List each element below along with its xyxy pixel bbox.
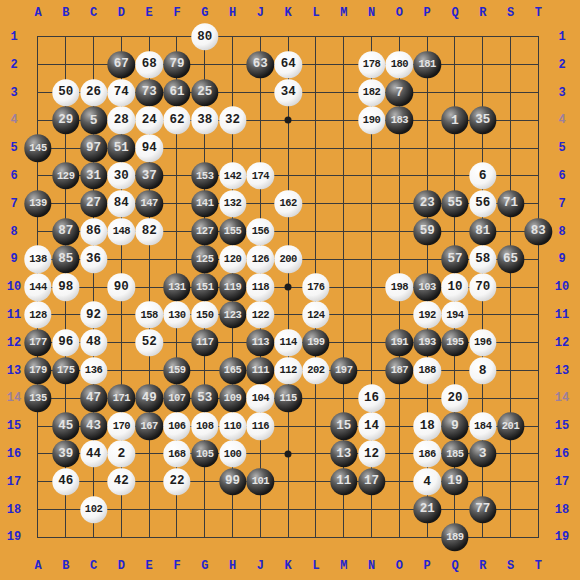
- intersection-S15[interactable]: 201: [497, 412, 525, 440]
- intersection-R14[interactable]: [469, 384, 497, 412]
- intersection-C16[interactable]: 44: [80, 440, 108, 468]
- intersection-H6[interactable]: 142: [219, 162, 247, 190]
- intersection-D4[interactable]: 28: [107, 106, 135, 134]
- intersection-H15[interactable]: 110: [219, 412, 247, 440]
- intersection-Q4[interactable]: 1: [441, 106, 469, 134]
- intersection-P19[interactable]: [413, 523, 441, 551]
- intersection-H5[interactable]: [219, 134, 247, 162]
- intersection-J11[interactable]: 122: [246, 301, 274, 329]
- intersection-G14[interactable]: 53: [191, 384, 219, 412]
- intersection-R9[interactable]: 58: [469, 245, 497, 273]
- intersection-A4[interactable]: [24, 106, 52, 134]
- intersection-O7[interactable]: [385, 190, 413, 218]
- intersection-L6[interactable]: [302, 162, 330, 190]
- intersection-D5[interactable]: 51: [107, 134, 135, 162]
- intersection-G9[interactable]: 125: [191, 245, 219, 273]
- intersection-L8[interactable]: [302, 218, 330, 246]
- intersection-E14[interactable]: 49: [135, 384, 163, 412]
- intersection-M2[interactable]: [330, 51, 358, 79]
- intersection-D12[interactable]: [107, 329, 135, 357]
- intersection-Q14[interactable]: 20: [441, 384, 469, 412]
- intersection-F16[interactable]: 168: [163, 440, 191, 468]
- intersection-K5[interactable]: [274, 134, 302, 162]
- intersection-H10[interactable]: 119: [219, 273, 247, 301]
- intersection-E1[interactable]: [135, 23, 163, 51]
- intersection-O2[interactable]: 180: [385, 51, 413, 79]
- intersection-D6[interactable]: 30: [107, 162, 135, 190]
- intersection-M12[interactable]: [330, 329, 358, 357]
- intersection-R2[interactable]: [469, 51, 497, 79]
- intersection-C8[interactable]: 86: [80, 218, 108, 246]
- intersection-O8[interactable]: [385, 218, 413, 246]
- intersection-L18[interactable]: [302, 496, 330, 524]
- intersection-M14[interactable]: [330, 384, 358, 412]
- intersection-D17[interactable]: 42: [107, 468, 135, 496]
- intersection-A6[interactable]: [24, 162, 52, 190]
- intersection-A3[interactable]: [24, 79, 52, 107]
- intersection-J4[interactable]: [246, 106, 274, 134]
- intersection-P9[interactable]: [413, 245, 441, 273]
- intersection-A17[interactable]: [24, 468, 52, 496]
- intersection-Q11[interactable]: 194: [441, 301, 469, 329]
- intersection-R15[interactable]: 184: [469, 412, 497, 440]
- intersection-Q15[interactable]: 9: [441, 412, 469, 440]
- intersection-B2[interactable]: [52, 51, 80, 79]
- intersection-M11[interactable]: [330, 301, 358, 329]
- intersection-O13[interactable]: 187: [385, 357, 413, 385]
- intersection-B6[interactable]: 129: [52, 162, 80, 190]
- intersection-B8[interactable]: 87: [52, 218, 80, 246]
- intersection-L1[interactable]: [302, 23, 330, 51]
- intersection-E10[interactable]: [135, 273, 163, 301]
- intersection-D16[interactable]: 2: [107, 440, 135, 468]
- intersection-D19[interactable]: [107, 523, 135, 551]
- intersection-M17[interactable]: 11: [330, 468, 358, 496]
- intersection-M13[interactable]: 197: [330, 357, 358, 385]
- intersection-B12[interactable]: 96: [52, 329, 80, 357]
- intersection-P6[interactable]: [413, 162, 441, 190]
- intersection-B14[interactable]: [52, 384, 80, 412]
- intersection-K17[interactable]: [274, 468, 302, 496]
- intersection-F3[interactable]: 61: [163, 79, 191, 107]
- intersection-A2[interactable]: [24, 51, 52, 79]
- intersection-N17[interactable]: 17: [358, 468, 386, 496]
- intersection-E18[interactable]: [135, 496, 163, 524]
- intersection-D2[interactable]: 67: [107, 51, 135, 79]
- intersection-H9[interactable]: 120: [219, 245, 247, 273]
- intersection-O17[interactable]: [385, 468, 413, 496]
- intersection-J3[interactable]: [246, 79, 274, 107]
- intersection-C1[interactable]: [80, 23, 108, 51]
- intersection-E5[interactable]: 94: [135, 134, 163, 162]
- intersection-K2[interactable]: 64: [274, 51, 302, 79]
- intersection-B17[interactable]: 46: [52, 468, 80, 496]
- intersection-K12[interactable]: 114: [274, 329, 302, 357]
- intersection-H17[interactable]: 99: [219, 468, 247, 496]
- intersection-C10[interactable]: [80, 273, 108, 301]
- intersection-E2[interactable]: 68: [135, 51, 163, 79]
- intersection-A5[interactable]: 145: [24, 134, 52, 162]
- intersection-R16[interactable]: 3: [469, 440, 497, 468]
- intersection-T8[interactable]: 83: [524, 218, 552, 246]
- intersection-L4[interactable]: [302, 106, 330, 134]
- intersection-Q16[interactable]: 185: [441, 440, 469, 468]
- intersection-O19[interactable]: [385, 523, 413, 551]
- intersection-O10[interactable]: 198: [385, 273, 413, 301]
- intersection-F13[interactable]: 159: [163, 357, 191, 385]
- intersection-K15[interactable]: [274, 412, 302, 440]
- intersection-Q9[interactable]: 57: [441, 245, 469, 273]
- intersection-Q2[interactable]: [441, 51, 469, 79]
- intersection-N15[interactable]: 14: [358, 412, 386, 440]
- intersection-C9[interactable]: 36: [80, 245, 108, 273]
- intersection-B19[interactable]: [52, 523, 80, 551]
- intersection-H1[interactable]: [219, 23, 247, 51]
- intersection-P15[interactable]: 18: [413, 412, 441, 440]
- intersection-K9[interactable]: 200: [274, 245, 302, 273]
- intersection-E17[interactable]: [135, 468, 163, 496]
- intersection-Q19[interactable]: 189: [441, 523, 469, 551]
- intersection-H12[interactable]: [219, 329, 247, 357]
- intersection-N8[interactable]: [358, 218, 386, 246]
- intersection-T14[interactable]: [524, 384, 552, 412]
- intersection-L2[interactable]: [302, 51, 330, 79]
- intersection-G18[interactable]: [191, 496, 219, 524]
- intersection-E3[interactable]: 73: [135, 79, 163, 107]
- intersection-K19[interactable]: [274, 523, 302, 551]
- intersection-T17[interactable]: [524, 468, 552, 496]
- intersection-L19[interactable]: [302, 523, 330, 551]
- intersection-J2[interactable]: 63: [246, 51, 274, 79]
- intersection-E13[interactable]: [135, 357, 163, 385]
- intersection-N14[interactable]: 16: [358, 384, 386, 412]
- intersection-L11[interactable]: 124: [302, 301, 330, 329]
- intersection-M1[interactable]: [330, 23, 358, 51]
- intersection-S18[interactable]: [497, 496, 525, 524]
- intersection-P10[interactable]: 103: [413, 273, 441, 301]
- intersection-S19[interactable]: [497, 523, 525, 551]
- intersection-F15[interactable]: 106: [163, 412, 191, 440]
- intersection-T16[interactable]: [524, 440, 552, 468]
- intersection-G8[interactable]: 127: [191, 218, 219, 246]
- intersection-B7[interactable]: [52, 190, 80, 218]
- intersection-T7[interactable]: [524, 190, 552, 218]
- intersection-F5[interactable]: [163, 134, 191, 162]
- intersection-S1[interactable]: [497, 23, 525, 51]
- intersection-R7[interactable]: 56: [469, 190, 497, 218]
- intersection-R10[interactable]: 70: [469, 273, 497, 301]
- intersection-K7[interactable]: 162: [274, 190, 302, 218]
- intersection-A9[interactable]: 138: [24, 245, 52, 273]
- intersection-T6[interactable]: [524, 162, 552, 190]
- intersection-J18[interactable]: [246, 496, 274, 524]
- intersection-Q6[interactable]: [441, 162, 469, 190]
- intersection-B11[interactable]: [52, 301, 80, 329]
- intersection-D7[interactable]: 84: [107, 190, 135, 218]
- intersection-A11[interactable]: 128: [24, 301, 52, 329]
- intersection-C5[interactable]: 97: [80, 134, 108, 162]
- intersection-B9[interactable]: 85: [52, 245, 80, 273]
- intersection-H18[interactable]: [219, 496, 247, 524]
- intersection-F9[interactable]: [163, 245, 191, 273]
- intersection-O5[interactable]: [385, 134, 413, 162]
- intersection-C6[interactable]: 31: [80, 162, 108, 190]
- intersection-A15[interactable]: [24, 412, 52, 440]
- intersection-S17[interactable]: [497, 468, 525, 496]
- intersection-H14[interactable]: 109: [219, 384, 247, 412]
- intersection-O6[interactable]: [385, 162, 413, 190]
- intersection-G13[interactable]: [191, 357, 219, 385]
- intersection-A16[interactable]: [24, 440, 52, 468]
- intersection-Q7[interactable]: 55: [441, 190, 469, 218]
- intersection-M8[interactable]: [330, 218, 358, 246]
- intersection-D13[interactable]: [107, 357, 135, 385]
- intersection-L14[interactable]: [302, 384, 330, 412]
- intersection-G12[interactable]: 117: [191, 329, 219, 357]
- intersection-T15[interactable]: [524, 412, 552, 440]
- intersection-M19[interactable]: [330, 523, 358, 551]
- intersection-L12[interactable]: 199: [302, 329, 330, 357]
- intersection-D3[interactable]: 74: [107, 79, 135, 107]
- intersection-P17[interactable]: 4: [413, 468, 441, 496]
- intersection-J17[interactable]: 101: [246, 468, 274, 496]
- intersection-F12[interactable]: [163, 329, 191, 357]
- intersection-S4[interactable]: [497, 106, 525, 134]
- intersection-S5[interactable]: [497, 134, 525, 162]
- intersection-B13[interactable]: 175: [52, 357, 80, 385]
- intersection-O3[interactable]: 7: [385, 79, 413, 107]
- intersection-N1[interactable]: [358, 23, 386, 51]
- intersection-R12[interactable]: 196: [469, 329, 497, 357]
- intersection-G1[interactable]: 80: [191, 23, 219, 51]
- intersection-T13[interactable]: [524, 357, 552, 385]
- intersection-L5[interactable]: [302, 134, 330, 162]
- intersection-M6[interactable]: [330, 162, 358, 190]
- intersection-F7[interactable]: [163, 190, 191, 218]
- intersection-B16[interactable]: 39: [52, 440, 80, 468]
- intersection-N9[interactable]: [358, 245, 386, 273]
- intersection-H16[interactable]: 100: [219, 440, 247, 468]
- intersection-L9[interactable]: [302, 245, 330, 273]
- intersection-S8[interactable]: [497, 218, 525, 246]
- intersection-L3[interactable]: [302, 79, 330, 107]
- intersection-P14[interactable]: [413, 384, 441, 412]
- intersection-P7[interactable]: 23: [413, 190, 441, 218]
- intersection-O18[interactable]: [385, 496, 413, 524]
- intersection-N4[interactable]: 190: [358, 106, 386, 134]
- intersection-L7[interactable]: [302, 190, 330, 218]
- intersection-L16[interactable]: [302, 440, 330, 468]
- intersection-H13[interactable]: 165: [219, 357, 247, 385]
- intersection-R11[interactable]: [469, 301, 497, 329]
- intersection-F4[interactable]: 62: [163, 106, 191, 134]
- intersection-G10[interactable]: 151: [191, 273, 219, 301]
- intersection-N3[interactable]: 182: [358, 79, 386, 107]
- intersection-J6[interactable]: 174: [246, 162, 274, 190]
- intersection-A1[interactable]: [24, 23, 52, 51]
- intersection-T3[interactable]: [524, 79, 552, 107]
- intersection-K16[interactable]: [274, 440, 302, 468]
- intersection-A8[interactable]: [24, 218, 52, 246]
- intersection-A18[interactable]: [24, 496, 52, 524]
- intersection-T12[interactable]: [524, 329, 552, 357]
- intersection-D18[interactable]: [107, 496, 135, 524]
- intersection-Q13[interactable]: [441, 357, 469, 385]
- intersection-C7[interactable]: 27: [80, 190, 108, 218]
- intersection-Q12[interactable]: 195: [441, 329, 469, 357]
- intersection-S9[interactable]: 65: [497, 245, 525, 273]
- intersection-T9[interactable]: [524, 245, 552, 273]
- intersection-N13[interactable]: [358, 357, 386, 385]
- intersection-G6[interactable]: 153: [191, 162, 219, 190]
- intersection-A19[interactable]: [24, 523, 52, 551]
- intersection-M15[interactable]: 15: [330, 412, 358, 440]
- intersection-E4[interactable]: 24: [135, 106, 163, 134]
- intersection-S6[interactable]: [497, 162, 525, 190]
- intersection-K18[interactable]: [274, 496, 302, 524]
- intersection-R8[interactable]: 81: [469, 218, 497, 246]
- intersection-G4[interactable]: 38: [191, 106, 219, 134]
- intersection-T4[interactable]: [524, 106, 552, 134]
- intersection-L13[interactable]: 202: [302, 357, 330, 385]
- intersection-S2[interactable]: [497, 51, 525, 79]
- intersection-R1[interactable]: [469, 23, 497, 51]
- intersection-C3[interactable]: 26: [80, 79, 108, 107]
- intersection-K4[interactable]: [274, 106, 302, 134]
- intersection-F1[interactable]: [163, 23, 191, 51]
- intersection-T18[interactable]: [524, 496, 552, 524]
- intersection-M16[interactable]: 13: [330, 440, 358, 468]
- intersection-N5[interactable]: [358, 134, 386, 162]
- intersection-D1[interactable]: [107, 23, 135, 51]
- intersection-K3[interactable]: 34: [274, 79, 302, 107]
- intersection-N11[interactable]: [358, 301, 386, 329]
- intersection-P16[interactable]: 186: [413, 440, 441, 468]
- intersection-J12[interactable]: 113: [246, 329, 274, 357]
- intersection-Q5[interactable]: [441, 134, 469, 162]
- intersection-S11[interactable]: [497, 301, 525, 329]
- intersection-B1[interactable]: [52, 23, 80, 51]
- intersection-O16[interactable]: [385, 440, 413, 468]
- intersection-G19[interactable]: [191, 523, 219, 551]
- intersection-C2[interactable]: [80, 51, 108, 79]
- intersection-K11[interactable]: [274, 301, 302, 329]
- intersection-F18[interactable]: [163, 496, 191, 524]
- intersection-H19[interactable]: [219, 523, 247, 551]
- intersection-S16[interactable]: [497, 440, 525, 468]
- intersection-M3[interactable]: [330, 79, 358, 107]
- intersection-G17[interactable]: [191, 468, 219, 496]
- intersection-R3[interactable]: [469, 79, 497, 107]
- intersection-T5[interactable]: [524, 134, 552, 162]
- intersection-T1[interactable]: [524, 23, 552, 51]
- intersection-M5[interactable]: [330, 134, 358, 162]
- intersection-O14[interactable]: [385, 384, 413, 412]
- intersection-S12[interactable]: [497, 329, 525, 357]
- intersection-E8[interactable]: 82: [135, 218, 163, 246]
- intersection-N12[interactable]: [358, 329, 386, 357]
- intersection-R17[interactable]: [469, 468, 497, 496]
- intersection-C13[interactable]: 136: [80, 357, 108, 385]
- intersection-O12[interactable]: 191: [385, 329, 413, 357]
- intersection-T11[interactable]: [524, 301, 552, 329]
- intersection-J5[interactable]: [246, 134, 274, 162]
- intersection-P3[interactable]: [413, 79, 441, 107]
- intersection-L17[interactable]: [302, 468, 330, 496]
- intersection-N16[interactable]: 12: [358, 440, 386, 468]
- intersection-F8[interactable]: [163, 218, 191, 246]
- intersection-J7[interactable]: [246, 190, 274, 218]
- intersection-J9[interactable]: 126: [246, 245, 274, 273]
- intersection-C15[interactable]: 43: [80, 412, 108, 440]
- intersection-B5[interactable]: [52, 134, 80, 162]
- intersection-H11[interactable]: 123: [219, 301, 247, 329]
- intersection-G3[interactable]: 25: [191, 79, 219, 107]
- intersection-S3[interactable]: [497, 79, 525, 107]
- intersection-Q8[interactable]: [441, 218, 469, 246]
- intersection-P13[interactable]: 188: [413, 357, 441, 385]
- intersection-D14[interactable]: 171: [107, 384, 135, 412]
- intersection-N2[interactable]: 178: [358, 51, 386, 79]
- intersection-T2[interactable]: [524, 51, 552, 79]
- intersection-S7[interactable]: 71: [497, 190, 525, 218]
- intersection-J19[interactable]: [246, 523, 274, 551]
- intersection-J14[interactable]: 104: [246, 384, 274, 412]
- intersection-A12[interactable]: 177: [24, 329, 52, 357]
- intersection-C19[interactable]: [80, 523, 108, 551]
- intersection-F19[interactable]: [163, 523, 191, 551]
- intersection-E12[interactable]: 52: [135, 329, 163, 357]
- intersection-D8[interactable]: 148: [107, 218, 135, 246]
- intersection-M10[interactable]: [330, 273, 358, 301]
- intersection-N19[interactable]: [358, 523, 386, 551]
- intersection-R4[interactable]: 35: [469, 106, 497, 134]
- intersection-A13[interactable]: 179: [24, 357, 52, 385]
- intersection-O4[interactable]: 183: [385, 106, 413, 134]
- intersection-M4[interactable]: [330, 106, 358, 134]
- intersection-H3[interactable]: [219, 79, 247, 107]
- intersection-F10[interactable]: 131: [163, 273, 191, 301]
- intersection-P1[interactable]: [413, 23, 441, 51]
- intersection-E9[interactable]: [135, 245, 163, 273]
- intersection-R6[interactable]: 6: [469, 162, 497, 190]
- intersection-B18[interactable]: [52, 496, 80, 524]
- intersection-P4[interactable]: [413, 106, 441, 134]
- intersection-H7[interactable]: 132: [219, 190, 247, 218]
- intersection-D15[interactable]: 170: [107, 412, 135, 440]
- intersection-P5[interactable]: [413, 134, 441, 162]
- intersection-C17[interactable]: [80, 468, 108, 496]
- intersection-M18[interactable]: [330, 496, 358, 524]
- intersection-F14[interactable]: 107: [163, 384, 191, 412]
- intersection-B10[interactable]: 98: [52, 273, 80, 301]
- intersection-G7[interactable]: 141: [191, 190, 219, 218]
- intersection-R5[interactable]: [469, 134, 497, 162]
- intersection-Q3[interactable]: [441, 79, 469, 107]
- intersection-H8[interactable]: 155: [219, 218, 247, 246]
- intersection-T10[interactable]: [524, 273, 552, 301]
- intersection-C14[interactable]: 47: [80, 384, 108, 412]
- intersection-K8[interactable]: [274, 218, 302, 246]
- intersection-H2[interactable]: [219, 51, 247, 79]
- intersection-J8[interactable]: 156: [246, 218, 274, 246]
- intersection-F17[interactable]: 22: [163, 468, 191, 496]
- intersection-G16[interactable]: 105: [191, 440, 219, 468]
- intersection-P11[interactable]: 192: [413, 301, 441, 329]
- intersection-C11[interactable]: 92: [80, 301, 108, 329]
- intersection-H4[interactable]: 32: [219, 106, 247, 134]
- intersection-O11[interactable]: [385, 301, 413, 329]
